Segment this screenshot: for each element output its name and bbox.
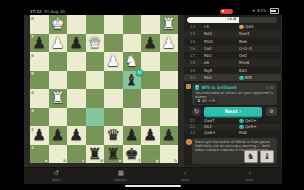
square-g2[interactable]: ♟	[141, 126, 160, 145]
piece-black-r-d1: ♜	[86, 145, 105, 164]
piece-black-p-b2: ♟	[49, 126, 68, 145]
move-chip-text: d3 → f5	[202, 99, 215, 103]
piece-white-r-h8: ♜	[160, 15, 179, 34]
square-a8[interactable]: 8	[30, 15, 49, 34]
move-number: 13.	[190, 23, 196, 30]
piece-white-p-b7: ♟	[49, 34, 68, 53]
square-g8[interactable]	[141, 15, 160, 34]
nav-options[interactable]: ▦ Options	[89, 168, 154, 184]
white-move[interactable]: Nd4	[204, 30, 212, 37]
square-f8[interactable]	[123, 15, 142, 34]
square-d4[interactable]	[86, 89, 105, 108]
square-g3[interactable]	[141, 108, 160, 127]
bishop-icon: ♝	[197, 98, 201, 103]
square-d1[interactable]: d♜	[86, 145, 105, 164]
move-number: 23.	[190, 130, 196, 136]
square-c4[interactable]	[67, 89, 86, 108]
square-h5[interactable]	[160, 71, 179, 90]
move-row-15: 15.Rfd1Be6	[184, 38, 281, 45]
square-h6[interactable]	[160, 52, 179, 71]
move-chip[interactable]: ♝ d3 → f5	[195, 99, 217, 104]
retry-icon: ↺	[24, 169, 89, 178]
black-move[interactable]: Be6	[239, 38, 247, 45]
square-h8[interactable]: ♜	[160, 15, 179, 34]
move-row-16: 16.Qe1O-O-O	[184, 45, 281, 52]
battery-icon	[270, 8, 279, 13]
square-b3[interactable]	[49, 108, 68, 127]
square-b8[interactable]: ♚	[49, 15, 68, 34]
move-number: 18.	[190, 59, 196, 66]
square-h7[interactable]: ♟	[160, 34, 179, 53]
white-move[interactable]: e6	[204, 59, 209, 66]
analysis-panel: +1.0 13.c4?Qd314.Nd4Nxd415.Rfd1Be616.Qe1…	[184, 15, 281, 166]
white-move[interactable]: c4	[204, 23, 209, 30]
square-f2[interactable]: ♟	[123, 126, 142, 145]
rank-label-1: 1	[31, 145, 34, 150]
square-b1[interactable]: b	[49, 145, 68, 164]
rank-label-8: 8	[31, 16, 34, 21]
rank-label-3: 3	[31, 108, 34, 113]
retry-button[interactable]: ↻	[192, 107, 201, 116]
square-e1[interactable]: e♜	[104, 145, 123, 164]
coach-avatar	[186, 139, 192, 145]
square-a3[interactable]: 3	[30, 108, 49, 127]
date-text: Fri Aug 30	[45, 9, 65, 14]
square-g4[interactable]	[141, 89, 160, 108]
square-e2[interactable]: ♛	[104, 126, 123, 145]
nav-retry-label: Retry	[24, 178, 89, 182]
square-c6[interactable]	[67, 52, 86, 71]
status-bar: 17:12Fri Aug 30 ≋ 82%	[24, 8, 282, 15]
square-b6[interactable]	[49, 52, 68, 71]
chess-board[interactable]: 8♚♜7♟♟♟♛♟♟6♟♞5♝!!4♜32♟♟♟♛♟♟♟1abcd♜e♜f♚gh	[30, 15, 178, 163]
move-row-18: 18.e6Rhe8	[184, 59, 281, 66]
black-move[interactable]: Bd3	[239, 67, 247, 74]
square-h4[interactable]	[160, 89, 179, 108]
black-move[interactable]: ?Qd3	[239, 23, 253, 30]
square-e8[interactable]	[104, 15, 123, 34]
square-c1[interactable]: c	[67, 145, 86, 164]
square-b4[interactable]: ♜	[49, 89, 68, 108]
piece-black-p-g7: ♟	[141, 34, 160, 53]
rank-label-4: 4	[31, 90, 34, 95]
square-a7[interactable]: 7♟	[30, 34, 49, 53]
white-move[interactable]: Rb1	[204, 52, 212, 59]
piece-white-k-b8: ♚	[49, 15, 68, 34]
nav-options-label: Options	[89, 178, 154, 182]
piece-thumbnails: ♞♝	[241, 144, 274, 163]
mistake-badge-icon: ?	[239, 25, 244, 30]
nav-back-label: Back	[153, 178, 218, 182]
move-time: 1:05	[265, 85, 274, 91]
white-move[interactable]: Qe1	[204, 45, 212, 52]
rank-label-5: 5	[31, 71, 34, 76]
piece-black-q-e2: ♛	[104, 126, 123, 145]
white-move[interactable]: Rb4	[204, 74, 212, 81]
square-c2[interactable]: ♟	[67, 126, 86, 145]
brilliant-badge-icon: !!	[195, 85, 199, 89]
brilliant-badge-icon: !	[239, 76, 244, 81]
move-row-20: 20.Rb4!Bf5	[184, 74, 281, 81]
continuation-move-list: 21.Qxa7!Qe1+22.Kb2!Qe5+23.Qa8+Rd8	[184, 118, 281, 136]
status-icons: ≋ 82%	[252, 8, 279, 15]
bottom-nav-bar: ↺ Retry ▦ Options ‹ Back › Next	[24, 167, 282, 184]
square-g1[interactable]: g	[141, 145, 160, 164]
battery-percent: 82%	[257, 9, 267, 13]
square-d7[interactable]: ♛	[86, 34, 105, 53]
status-time: 17:12Fri Aug 30	[30, 8, 65, 15]
back-chevron-icon: ‹	[153, 169, 218, 178]
square-b7[interactable]: ♟	[49, 34, 68, 53]
square-g5[interactable]	[141, 71, 160, 90]
black-move[interactable]: Qe2	[239, 52, 247, 59]
recording-pill[interactable]	[220, 9, 233, 14]
move-row-13: 13.c4?Qd3	[184, 23, 281, 30]
square-f1[interactable]: f♚	[123, 145, 142, 164]
nav-back[interactable]: ‹ Back	[153, 168, 218, 184]
move-row-19: 19.Ng5Bd3	[184, 67, 281, 74]
nav-retry[interactable]: ↺ Retry	[24, 168, 89, 184]
piece-black-p-a7: ♟	[30, 34, 49, 53]
square-d6[interactable]	[86, 52, 105, 71]
move-number: 15.	[190, 38, 196, 45]
clock-text: 17:12	[30, 9, 42, 14]
nav-next[interactable]: › Next	[218, 168, 283, 184]
piece-black-p-g2: ♟	[141, 126, 160, 145]
next-button[interactable]: Next ›	[204, 107, 262, 116]
best-badge-icon: !	[239, 119, 244, 124]
square-a5[interactable]: 5	[30, 71, 49, 90]
home-indicator[interactable]	[125, 185, 181, 187]
square-e3[interactable]	[104, 108, 123, 127]
square-d3[interactable]	[86, 108, 105, 127]
square-f6[interactable]: ♞	[123, 52, 142, 71]
piece-black-p-h2: ♟	[160, 126, 179, 145]
square-d2[interactable]	[86, 126, 105, 145]
piece-thumbnail-1[interactable]: ♞	[244, 150, 258, 163]
move-row-17: 17.Rb1Qe2	[184, 52, 281, 59]
wifi-icon: ≋	[252, 9, 256, 13]
feedback-title: Bf5 is brilliant	[202, 85, 237, 91]
square-b2[interactable]: ♟	[49, 126, 68, 145]
square-c7[interactable]: ♟	[67, 34, 86, 53]
best-badge-icon: !	[239, 125, 244, 130]
move-number: 17.	[190, 52, 196, 59]
file-label-g: g	[156, 158, 159, 163]
file-label-h: h	[174, 158, 177, 163]
square-h1[interactable]: h	[160, 145, 179, 164]
black-move[interactable]: O-O-O	[239, 45, 252, 52]
move-number: 16.	[190, 45, 196, 52]
piece-white-p-e6: ♟	[104, 52, 123, 71]
square-c5[interactable]	[67, 71, 86, 90]
square-c8[interactable]	[67, 15, 86, 34]
black-move[interactable]: Rd8	[239, 130, 247, 136]
square-f7[interactable]	[123, 34, 142, 53]
square-h2[interactable]: ♟	[160, 126, 179, 145]
move-number: 14.	[190, 30, 196, 37]
piece-black-p-a2: ♟	[30, 126, 49, 145]
rank-label-6: 6	[31, 53, 34, 58]
black-move[interactable]: Rhe8	[239, 59, 249, 66]
piece-white-r-b4: ♜	[49, 89, 68, 108]
piece-white-p-h7: ♟	[160, 34, 179, 53]
square-b5[interactable]	[49, 71, 68, 90]
square-e7[interactable]	[104, 34, 123, 53]
piece-black-p-c2: ♟	[67, 126, 86, 145]
move-row-14: 14.Nd4Nxd4	[184, 30, 281, 37]
move-row-23: 23.Qa8+Rd8	[184, 130, 281, 136]
file-label-a: a	[45, 158, 48, 163]
square-f4[interactable]	[123, 89, 142, 108]
move-feedback-card: !! Bf5 is brilliant 1:05 You executed an…	[192, 83, 277, 105]
screen: 17:12Fri Aug 30 ≋ 82% 8♚♜7♟♟♟♛♟♟6♟♞5♝!!4…	[0, 0, 304, 190]
app-window: 17:12Fri Aug 30 ≋ 82% 8♚♜7♟♟♟♛♟♟6♟♞5♝!!4…	[24, 8, 282, 183]
piece-thumbnail-2[interactable]: ♝	[260, 150, 274, 163]
white-move[interactable]: Qa8+	[204, 130, 216, 136]
square-f3[interactable]	[123, 108, 142, 127]
recording-dot-icon	[222, 10, 224, 12]
coach-avatar-small	[186, 84, 191, 89]
square-h3[interactable]	[160, 108, 179, 127]
engine-settings-button[interactable]: ⚙	[266, 107, 277, 116]
file-label-c: c	[82, 158, 84, 163]
black-move[interactable]: Nxd4	[239, 30, 249, 37]
piece-white-n-f6: ♞	[123, 52, 142, 71]
square-a1[interactable]: 1a	[30, 145, 49, 164]
move-list: 13.c4?Qd314.Nd4Nxd415.Rfd1Be616.Qe1O-O-O…	[184, 23, 281, 81]
brilliant-move-badge: !!	[136, 69, 143, 76]
white-move[interactable]: Rfd1	[204, 38, 213, 45]
piece-white-q-d7: ♛	[86, 34, 105, 53]
options-icon: ▦	[89, 169, 154, 178]
square-g7[interactable]: ♟	[141, 34, 160, 53]
white-move[interactable]: Ng5	[204, 67, 212, 74]
square-e5[interactable]	[104, 71, 123, 90]
square-g6[interactable]	[141, 52, 160, 71]
square-d5[interactable]	[86, 71, 105, 90]
piece-black-r-e1: ♜	[104, 145, 123, 164]
square-e6[interactable]: ♟	[104, 52, 123, 71]
coach-summary-card: Black got the better of White in that ga…	[192, 138, 277, 164]
next-chevron-icon: ›	[218, 169, 283, 178]
square-d8[interactable]	[86, 15, 105, 34]
square-f5[interactable]: ♝!!	[123, 71, 142, 90]
black-move[interactable]: !Bf5	[239, 74, 252, 81]
move-number: 19.	[190, 67, 196, 74]
square-a4[interactable]: 4	[30, 89, 49, 108]
nav-next-label: Next	[218, 178, 283, 182]
piece-black-p-c7: ♟	[67, 34, 86, 53]
square-a6[interactable]: 6	[30, 52, 49, 71]
feedback-header: !! Bf5 is brilliant 1:05	[195, 85, 274, 91]
evaluation-bar: +1.0	[187, 17, 277, 23]
piece-black-p-f2: ♟	[123, 126, 142, 145]
square-e4[interactable]	[104, 89, 123, 108]
eval-score: +1.0	[227, 17, 236, 23]
piece-black-k-f1: ♚	[123, 145, 142, 164]
square-a2[interactable]: 2♟	[30, 126, 49, 145]
square-c3[interactable]	[67, 108, 86, 127]
move-number: 20.	[190, 74, 196, 81]
file-label-b: b	[63, 158, 66, 163]
